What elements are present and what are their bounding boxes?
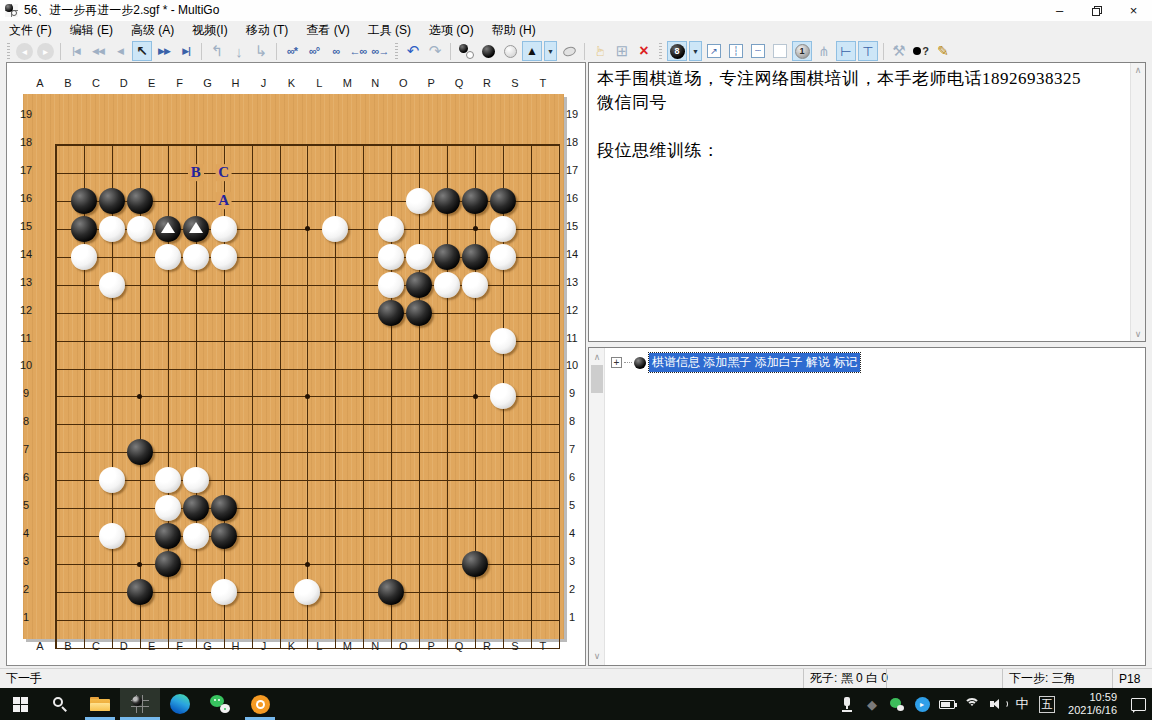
black-stone-Q15[interactable] xyxy=(462,244,488,270)
star-point xyxy=(305,394,310,399)
find-button[interactable]: ∞ xyxy=(326,41,346,61)
black-stone-Q4[interactable] xyxy=(462,551,488,577)
fast-rewind-button[interactable]: ◀◀ xyxy=(88,41,108,61)
board-label-B[interactable]: B xyxy=(188,164,204,181)
white-stone-F5[interactable] xyxy=(183,523,209,549)
find-white-button[interactable]: ∞° xyxy=(304,41,324,61)
menu-item-2[interactable]: 高级 (A) xyxy=(122,20,183,41)
tree-compact-button[interactable]: ⋔ xyxy=(814,41,834,61)
tree-insert-button[interactable]: ⊢ xyxy=(836,41,856,61)
coord-row-11: 11 xyxy=(563,332,581,344)
expand-node-icon[interactable]: + xyxy=(611,357,622,368)
coord-col-N: N xyxy=(371,640,379,652)
coord-col-H: H xyxy=(232,77,240,89)
coord-col-G: G xyxy=(203,77,212,89)
white-stone-tool-button[interactable] xyxy=(500,41,520,61)
coord-col-F: F xyxy=(176,77,183,89)
coord-row-6: 6 xyxy=(17,471,35,483)
coord-col-D: D xyxy=(120,640,128,652)
orange-app-button[interactable] xyxy=(240,688,280,720)
tree-scrollbar[interactable]: ∧ ∨ xyxy=(589,348,605,665)
menu-item-1[interactable]: 编辑 (E) xyxy=(61,20,122,41)
main-area: BCA AABBCCDDEEFFGGHHJJKKLLMMNNOOPPQQRRSS… xyxy=(0,62,1152,668)
coord-row-7: 7 xyxy=(563,443,581,455)
status-next-tool: 下一步: 三角 xyxy=(1002,669,1112,688)
coord-col-R: R xyxy=(483,77,491,89)
coord-col-S: S xyxy=(511,77,518,89)
coord-col-K: K xyxy=(288,77,295,89)
wechat-tray-icon[interactable] xyxy=(889,695,905,713)
black-stone-B17[interactable] xyxy=(71,188,97,214)
coord-row-1: 1 xyxy=(17,611,35,623)
folder-icon xyxy=(90,696,110,712)
toolbar-grip xyxy=(7,43,10,60)
menu-item-6[interactable]: 工具 (S) xyxy=(359,20,420,41)
tools-button[interactable]: ⚒ xyxy=(889,41,909,61)
white-stone-N15[interactable] xyxy=(378,244,404,270)
first-move-button[interactable]: |◀ xyxy=(66,41,86,61)
tree-root-node[interactable]: + 棋谱信息 添加黑子 添加白子 解说 标记 xyxy=(611,353,860,372)
white-stone-N16[interactable] xyxy=(378,216,404,242)
status-bar: 下一手 死子: 黑 0 白 0 下一步: 三角 P18 xyxy=(0,668,1152,688)
insert-node-button[interactable]: ⊞ xyxy=(612,41,632,61)
file-explorer-button[interactable] xyxy=(80,688,120,720)
speaker-icon[interactable] xyxy=(989,695,1005,713)
system-tray: ◆ ▸ 中 五 10:59 2021/6/16 xyxy=(839,688,1152,720)
battery-icon[interactable] xyxy=(939,695,955,713)
coord-row-15: 15 xyxy=(17,220,35,232)
search-icon xyxy=(52,696,68,712)
black-stone-O13[interactable] xyxy=(406,300,432,326)
black-stone-G5[interactable] xyxy=(211,523,237,549)
white-stone-C5[interactable] xyxy=(99,523,125,549)
coord-col-O: O xyxy=(399,77,408,89)
black-stone-D3[interactable] xyxy=(127,579,153,605)
toolbar-sep xyxy=(201,43,202,60)
black-stone-tool-button[interactable] xyxy=(478,41,498,61)
coord-col-G: G xyxy=(203,640,212,652)
white-stone-P14[interactable] xyxy=(434,272,460,298)
coord-col-E: E xyxy=(148,77,155,89)
coord-row-16: 16 xyxy=(563,192,581,204)
black-stone-F6[interactable] xyxy=(183,495,209,521)
white-stone-C16[interactable] xyxy=(99,216,125,242)
menu-item-5[interactable]: 查看 (V) xyxy=(297,20,358,41)
toolbar-sep xyxy=(883,43,884,60)
ime-indicator[interactable]: 中 xyxy=(1014,695,1030,713)
orange-app-icon xyxy=(251,695,270,714)
clock-time: 10:59 xyxy=(1068,691,1117,704)
white-stone-Q14[interactable] xyxy=(462,272,488,298)
minimize-button[interactable]: – xyxy=(1041,0,1078,21)
eraser-tool-button[interactable] xyxy=(559,41,579,61)
coord-col-P: P xyxy=(427,640,434,652)
coord-row-14: 14 xyxy=(17,248,35,260)
coord-row-11: 11 xyxy=(17,332,35,344)
black-stone-C17[interactable] xyxy=(99,188,125,214)
start-button[interactable] xyxy=(0,688,40,720)
coord-row-10: 10 xyxy=(17,359,35,371)
redo-button[interactable]: ↷ xyxy=(425,41,445,61)
status-blank xyxy=(886,669,1002,688)
find-prev-button[interactable]: ←∞ xyxy=(348,41,368,61)
triangle-tool-button[interactable]: ▲ xyxy=(522,41,542,61)
show-dots-box-button[interactable]: ┄ xyxy=(748,41,768,61)
black-stone-B16[interactable] xyxy=(71,216,97,242)
tree-node-label[interactable]: 棋谱信息 添加黑子 添加白子 解说 标记 xyxy=(649,353,860,372)
goto-move-box-button[interactable]: ↗ xyxy=(704,41,724,61)
coord-row-9: 9 xyxy=(563,387,581,399)
toolbar-sep xyxy=(60,43,61,60)
coord-col-L: L xyxy=(316,77,322,89)
title-bar: 56、进一步再进一步2.sgf * - MultiGo – × xyxy=(0,0,1152,21)
current-number-button[interactable]: 1 xyxy=(792,41,812,61)
undo-button[interactable]: ↶ xyxy=(403,41,423,61)
black-stone-E16[interactable] xyxy=(155,216,181,242)
menu-item-4[interactable]: 移动 (T) xyxy=(237,20,298,41)
white-stone-F15[interactable] xyxy=(183,244,209,270)
toolbar: ◂▸|◀◀◀◀↖▶▶▶|↰↓↳∞*∞°∞←∞∞→↶↷▲▼☞⊞×8▼↗┆┄1⋔⊢⊤… xyxy=(0,40,1152,62)
status-page: P18 xyxy=(1112,669,1152,688)
black-stone-E4[interactable] xyxy=(155,551,181,577)
coord-col-D: D xyxy=(120,77,128,89)
show-marks-box-button[interactable]: ┆ xyxy=(726,41,746,61)
coord-row-9: 9 xyxy=(17,387,35,399)
delete-node-button[interactable]: × xyxy=(634,41,654,61)
menu-bar: 文件 (F)编辑 (E)高级 (A)视频(I)移动 (T)查看 (V)工具 (S… xyxy=(0,21,1152,40)
toolbar-sep xyxy=(584,43,585,60)
black-stone-P15[interactable] xyxy=(434,244,460,270)
black-stone-R17[interactable] xyxy=(490,188,516,214)
coord-col-C: C xyxy=(92,640,100,652)
edge-icon xyxy=(170,694,190,714)
diamond-tray-icon[interactable]: ◆ xyxy=(864,695,880,713)
search-button[interactable] xyxy=(40,688,80,720)
restore-icon xyxy=(1092,6,1102,16)
coord-col-P: P xyxy=(427,77,434,89)
board-grid[interactable]: BCA xyxy=(55,144,560,649)
pointer-tool-button[interactable]: ↖ xyxy=(132,41,152,61)
taskbar: ◆ ▸ 中 五 10:59 2021/6/16 xyxy=(0,688,1152,720)
coord-col-J: J xyxy=(261,77,267,89)
multigo-taskbar-button[interactable] xyxy=(120,688,160,720)
white-stone-R10[interactable] xyxy=(490,383,516,409)
white-stone-G16[interactable] xyxy=(211,216,237,242)
move-number-dropdown-button[interactable]: ▼ xyxy=(689,41,702,61)
board-label-A[interactable]: A xyxy=(215,192,232,209)
toolbar-grip xyxy=(659,43,662,60)
triangle-mark xyxy=(161,222,175,233)
board-panel: BCA AABBCCDDEEFFGGHHJJKKLLMMNNOOPPQQRRSS… xyxy=(6,62,586,666)
close-button[interactable]: × xyxy=(1115,0,1152,21)
coord-col-Q: Q xyxy=(455,77,464,89)
wifi-icon[interactable] xyxy=(964,695,980,713)
fast-forward-button[interactable]: ▶▶ xyxy=(154,41,174,61)
white-stone-G3[interactable] xyxy=(211,579,237,605)
wechat-button[interactable] xyxy=(200,688,240,720)
forward-button[interactable]: ▸ xyxy=(37,43,54,60)
clock-date: 2021/6/16 xyxy=(1068,704,1117,717)
coord-col-O: O xyxy=(399,640,408,652)
black-stone-D8[interactable] xyxy=(127,439,153,465)
go-board[interactable]: BCA xyxy=(23,94,564,639)
coord-col-A: A xyxy=(36,77,43,89)
triangle-mark xyxy=(189,222,203,233)
menu-item-0[interactable]: 文件 (F) xyxy=(0,20,61,41)
coord-row-18: 18 xyxy=(563,136,581,148)
edge-button[interactable] xyxy=(160,688,200,720)
white-stone-E15[interactable] xyxy=(155,244,181,270)
black-stone-E5[interactable] xyxy=(155,523,181,549)
star-point xyxy=(137,562,142,567)
coord-row-13: 13 xyxy=(563,276,581,288)
tree-layout-button[interactable]: ⊤ xyxy=(858,41,878,61)
coord-row-8: 8 xyxy=(17,415,35,427)
coord-col-N: N xyxy=(371,77,379,89)
coord-row-19: 19 xyxy=(563,108,581,120)
guess-mode-button[interactable]: ? xyxy=(911,41,931,61)
coord-row-15: 15 xyxy=(563,220,581,232)
star-point xyxy=(305,562,310,567)
white-stone-R15[interactable] xyxy=(490,244,516,270)
coord-col-T: T xyxy=(540,77,547,89)
window-title: 56、进一步再进一步2.sgf * - MultiGo xyxy=(24,2,219,19)
coord-row-2: 2 xyxy=(17,583,35,595)
coord-row-2: 2 xyxy=(563,583,581,595)
usb-device-icon[interactable] xyxy=(839,695,855,713)
coord-row-14: 14 xyxy=(563,248,581,260)
scroll-down-icon[interactable]: ∨ xyxy=(589,649,605,663)
last-move-button[interactable]: ▶| xyxy=(176,41,196,61)
black-stone-N3[interactable] xyxy=(378,579,404,605)
coord-col-R: R xyxy=(483,640,491,652)
restore-button[interactable] xyxy=(1078,0,1115,21)
comment-scrollbar[interactable]: ∧ ∨ xyxy=(1130,63,1145,341)
white-stone-R16[interactable] xyxy=(490,216,516,242)
toolbar-sep xyxy=(276,43,277,60)
black-stone-N13[interactable] xyxy=(378,300,404,326)
white-stone-C14[interactable] xyxy=(99,272,125,298)
comment-text: 本手围棋道场，专注网络围棋培训，本手老师电话18926938325 微信同号 段… xyxy=(597,67,1121,163)
white-stone-E7[interactable] xyxy=(155,467,181,493)
up-level-button[interactable]: ↰ xyxy=(207,41,227,61)
game-tree-panel[interactable]: ∧ ∨ + 棋谱信息 添加黑子 添加白子 解说 标记 xyxy=(588,347,1146,666)
find-black-button[interactable]: ∞* xyxy=(282,41,302,61)
coord-col-B: B xyxy=(64,77,71,89)
coord-col-C: C xyxy=(92,77,100,89)
coord-row-5: 5 xyxy=(563,499,581,511)
coord-col-J: J xyxy=(261,640,267,652)
scroll-down-icon[interactable]: ∨ xyxy=(1131,327,1145,341)
coord-row-19: 19 xyxy=(17,108,35,120)
coord-row-4: 4 xyxy=(17,527,35,539)
star-point xyxy=(305,226,310,231)
coord-row-17: 17 xyxy=(17,164,35,176)
black-stone-O14[interactable] xyxy=(406,272,432,298)
wechat-icon xyxy=(210,695,230,713)
menu-item-3[interactable]: 视频(I) xyxy=(183,20,236,41)
coord-col-F: F xyxy=(176,640,183,652)
white-stone-O15[interactable] xyxy=(406,244,432,270)
clean-button[interactable]: ✎ xyxy=(933,41,953,61)
prev-variation-button[interactable]: ↓ xyxy=(229,41,249,61)
coord-col-K: K xyxy=(288,640,295,652)
status-next-move: 下一手 xyxy=(0,669,803,688)
next-variation-button[interactable]: ↳ xyxy=(251,41,271,61)
coord-row-1: 1 xyxy=(563,611,581,623)
black-stone-P17[interactable] xyxy=(434,188,460,214)
coord-row-5: 5 xyxy=(17,499,35,511)
multigo-icon xyxy=(131,695,149,713)
coord-col-M: M xyxy=(343,640,352,652)
plain-board-box-button[interactable] xyxy=(770,41,790,61)
black-stone-F16[interactable] xyxy=(183,216,209,242)
ime-wubi-icon[interactable]: 五 xyxy=(1039,695,1055,713)
coord-col-H: H xyxy=(232,640,240,652)
coord-col-L: L xyxy=(316,640,322,652)
comment-panel[interactable]: 本手围棋道场，专注网络围棋培训，本手老师电话18926938325 微信同号 段… xyxy=(588,62,1146,342)
scrollbar-thumb[interactable] xyxy=(591,365,603,393)
coord-col-A: A xyxy=(36,640,43,652)
menu-item-8[interactable]: 帮助 (H) xyxy=(483,20,545,41)
coord-col-B: B xyxy=(64,640,71,652)
triangle-dropdown-button[interactable]: ▼ xyxy=(544,41,557,61)
toolbar-grip xyxy=(395,43,398,60)
coord-row-7: 7 xyxy=(17,443,35,455)
coord-row-3: 3 xyxy=(17,555,35,567)
white-stone-O17[interactable] xyxy=(406,188,432,214)
coord-row-12: 12 xyxy=(17,304,35,316)
white-stone-D16[interactable] xyxy=(127,216,153,242)
menu-item-7[interactable]: 选项 (O) xyxy=(420,20,483,41)
coord-row-17: 17 xyxy=(563,164,581,176)
black-stone-D17[interactable] xyxy=(127,188,153,214)
coord-col-T: T xyxy=(540,640,547,652)
scroll-up-icon[interactable]: ∧ xyxy=(589,350,605,364)
coord-col-S: S xyxy=(511,640,518,652)
coord-row-10: 10 xyxy=(563,359,581,371)
black-stone-node-icon xyxy=(634,357,646,369)
white-stone-C7[interactable] xyxy=(99,467,125,493)
coord-row-4: 4 xyxy=(563,527,581,539)
star-point xyxy=(137,394,142,399)
hand-tool-button[interactable]: ☞ xyxy=(590,41,610,61)
coord-row-8: 8 xyxy=(563,415,581,427)
toolbar-sep xyxy=(450,43,451,60)
white-stone-K3[interactable] xyxy=(294,579,320,605)
coord-row-16: 16 xyxy=(17,192,35,204)
black-stone-G6[interactable] xyxy=(211,495,237,521)
white-stone-R12[interactable] xyxy=(490,328,516,354)
white-stone-F7[interactable] xyxy=(183,467,209,493)
star-point xyxy=(473,226,478,231)
coord-row-18: 18 xyxy=(17,136,35,148)
black-stone-Q17[interactable] xyxy=(462,188,488,214)
white-stone-L16[interactable] xyxy=(322,216,348,242)
coord-row-6: 6 xyxy=(563,471,581,483)
white-stone-E6[interactable] xyxy=(155,495,181,521)
action-center-icon[interactable] xyxy=(1130,695,1146,713)
coord-row-12: 12 xyxy=(563,304,581,316)
coord-row-3: 3 xyxy=(563,555,581,567)
tree-connector xyxy=(624,362,632,363)
white-stone-N14[interactable] xyxy=(378,272,404,298)
prev-move-button[interactable]: ◀ xyxy=(110,41,130,61)
alternate-stone-tool-button[interactable] xyxy=(456,41,476,61)
scroll-up-icon[interactable]: ∧ xyxy=(1131,63,1145,77)
coord-row-13: 13 xyxy=(17,276,35,288)
back-button[interactable]: ◂ xyxy=(16,43,33,60)
taskbar-clock[interactable]: 10:59 2021/6/16 xyxy=(1064,691,1121,717)
white-stone-B15[interactable] xyxy=(71,244,97,270)
app-icon xyxy=(5,4,18,17)
board-label-C[interactable]: C xyxy=(215,164,232,181)
messenger-tray-icon[interactable]: ▸ xyxy=(914,695,930,713)
coord-col-M: M xyxy=(343,77,352,89)
status-captures: 死子: 黑 0 白 0 xyxy=(803,669,886,688)
find-next-button[interactable]: ∞→ xyxy=(370,41,390,61)
star-point xyxy=(473,394,478,399)
windows-logo-icon xyxy=(13,697,28,712)
coord-col-E: E xyxy=(148,640,155,652)
white-stone-G15[interactable] xyxy=(211,244,237,270)
coord-col-Q: Q xyxy=(455,640,464,652)
move-number-button[interactable]: 8 xyxy=(667,41,687,61)
